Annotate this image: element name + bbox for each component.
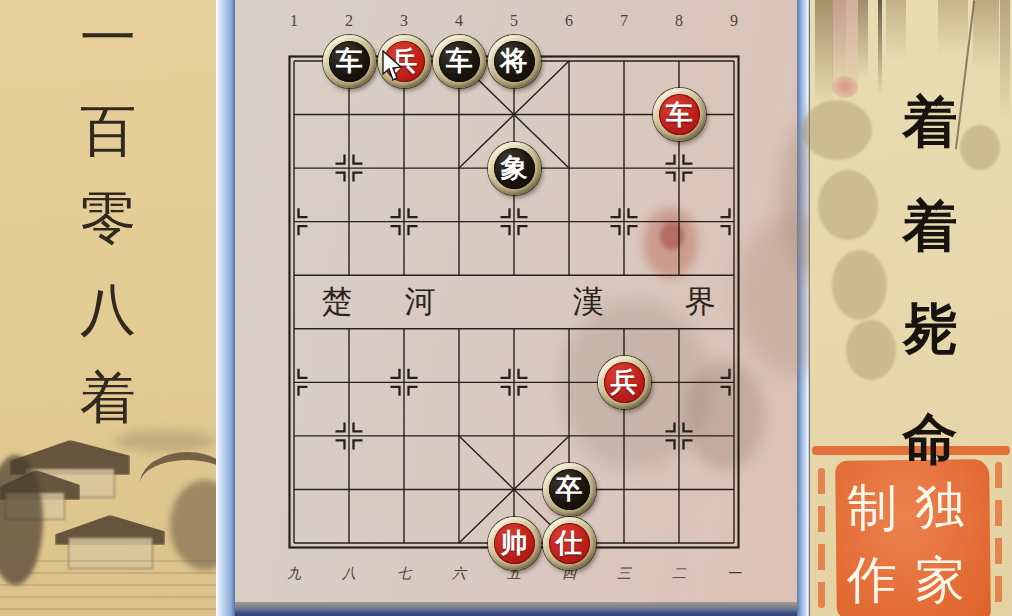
file-label-top: 3	[391, 12, 417, 30]
willow-leaves	[832, 250, 887, 320]
piece-black-general[interactable]: 将	[488, 35, 541, 88]
left-title-char: 百	[76, 101, 140, 161]
left-title-char: 零	[76, 188, 140, 248]
paint-streak	[815, 0, 833, 105]
file-label-top: 9	[721, 12, 747, 30]
seal-border-tick	[818, 468, 825, 608]
file-label-top: 4	[446, 12, 472, 30]
willow-leaves	[960, 125, 1000, 170]
piece-character: 兵	[604, 362, 645, 403]
left-title-char: 着	[76, 368, 140, 428]
file-label-bottom: 三	[611, 565, 637, 583]
seal-border-tick	[995, 462, 1002, 608]
willow-leaves	[846, 320, 896, 380]
paint-streak	[858, 0, 868, 80]
left-title-panel: 一百零八着	[0, 0, 217, 616]
blossom	[832, 76, 858, 98]
paint-streak	[878, 0, 882, 95]
file-label-bottom: 八	[336, 565, 362, 583]
left-title-char: 一	[76, 8, 140, 68]
piece-black-soldier[interactable]: 卒	[543, 463, 596, 516]
piece-black-chariot[interactable]: 车	[433, 35, 486, 88]
willow-leaves	[818, 170, 878, 240]
river-char: 楚	[317, 285, 357, 319]
file-label-top: 5	[501, 12, 527, 30]
piece-red-advisor[interactable]: 仕	[543, 517, 596, 570]
river-char: 界	[680, 285, 720, 319]
right-title-panel: 着着毙命 制 独 作 家	[810, 0, 1012, 616]
mouse-cursor	[381, 50, 405, 82]
piece-character: 帅	[494, 523, 535, 564]
file-label-bottom: 九	[281, 565, 307, 583]
right-title-char: 毙	[898, 300, 962, 360]
piece-red-general[interactable]: 帅	[488, 517, 541, 570]
village-ink-painting	[0, 425, 217, 616]
file-label-top: 2	[336, 12, 362, 30]
file-label-bottom: 二	[666, 565, 692, 583]
willow-leaves	[802, 100, 872, 160]
file-label-top: 1	[281, 12, 307, 30]
piece-black-chariot[interactable]: 车	[323, 35, 376, 88]
paint-streak	[1000, 0, 1010, 120]
paint-streak	[938, 0, 968, 55]
piece-character: 象	[494, 148, 535, 189]
piece-character: 将	[494, 41, 535, 82]
window-frame-left	[216, 0, 235, 616]
seal-char-bl: 作	[843, 551, 901, 609]
file-label-top: 8	[666, 12, 692, 30]
seal-char-tl: 制	[843, 479, 901, 537]
file-label-bottom: 六	[446, 565, 472, 583]
piece-character: 仕	[549, 523, 590, 564]
painting-hill	[115, 430, 215, 452]
piece-red-chariot[interactable]: 车	[653, 88, 706, 141]
river-char: 河	[400, 285, 440, 319]
file-label-top: 7	[611, 12, 637, 30]
left-title-char: 八	[76, 280, 140, 340]
paint-streak	[886, 0, 906, 60]
painting-water	[0, 560, 217, 616]
screenshot-stage: 一百零八着 123456789 九八七六五四三二一 楚河漢界	[0, 0, 1012, 616]
right-title-char: 命	[898, 410, 962, 470]
file-label-top: 6	[556, 12, 582, 30]
piece-red-soldier[interactable]: 兵	[598, 356, 651, 409]
file-label-bottom: 一	[721, 565, 747, 583]
board-window: 123456789 九八七六五四三二一 楚河漢界 车兵车将车象兵卒帅仕	[235, 0, 797, 616]
file-label-bottom: 七	[391, 565, 417, 583]
right-title-char: 着	[898, 93, 962, 153]
paint-streak	[973, 0, 999, 70]
piece-character: 车	[439, 41, 480, 82]
river-char: 漢	[568, 285, 608, 319]
seal-char-tr: 独	[911, 477, 969, 535]
right-title-char: 着	[898, 197, 962, 257]
piece-character: 车	[659, 94, 700, 135]
piece-character: 卒	[549, 469, 590, 510]
piece-character: 车	[329, 41, 370, 82]
seal-char-br: 家	[911, 551, 969, 609]
piece-black-elephant[interactable]: 象	[488, 142, 541, 195]
